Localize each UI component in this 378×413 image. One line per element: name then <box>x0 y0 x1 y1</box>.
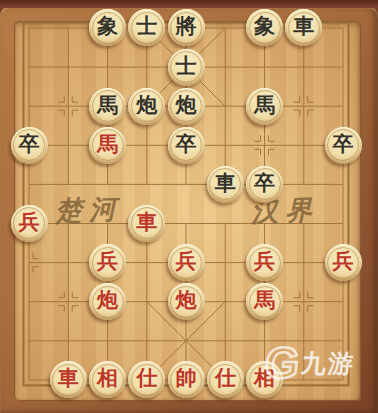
piece-red-general[interactable]: 帥 <box>168 361 205 398</box>
piece-red-soldier[interactable]: 兵 <box>89 244 126 281</box>
piece-glyph: 炮 <box>176 95 197 116</box>
piece-black-advisor[interactable]: 士 <box>128 9 165 46</box>
piece-glyph: 兵 <box>97 251 118 272</box>
piece-black-soldier[interactable]: 卒 <box>325 127 362 164</box>
piece-black-general[interactable]: 將 <box>168 9 205 46</box>
piece-black-soldier[interactable]: 卒 <box>168 127 205 164</box>
pieces-layer: 象士將象車士馬炮炮馬卒馬卒卒車卒兵車兵兵兵兵炮炮馬車相仕帥仕相 <box>9 8 362 399</box>
piece-glyph: 兵 <box>176 251 197 272</box>
piece-red-elephant[interactable]: 相 <box>246 361 283 398</box>
piece-glyph: 馬 <box>97 134 118 155</box>
piece-glyph: 卒 <box>254 173 275 194</box>
piece-red-cannon[interactable]: 炮 <box>168 283 205 320</box>
piece-glyph: 兵 <box>333 251 354 272</box>
piece-red-elephant[interactable]: 相 <box>89 361 126 398</box>
piece-red-soldier[interactable]: 兵 <box>246 244 283 281</box>
piece-black-chariot[interactable]: 車 <box>207 166 244 203</box>
piece-red-advisor[interactable]: 仕 <box>207 361 244 398</box>
piece-red-advisor[interactable]: 仕 <box>128 361 165 398</box>
piece-red-chariot[interactable]: 車 <box>128 205 165 242</box>
piece-glyph: 馬 <box>97 95 118 116</box>
piece-glyph: 仕 <box>136 368 157 389</box>
piece-glyph: 炮 <box>176 290 197 311</box>
piece-red-cannon[interactable]: 炮 <box>89 283 126 320</box>
piece-black-horse[interactable]: 馬 <box>246 88 283 125</box>
piece-glyph: 車 <box>293 16 314 37</box>
piece-glyph: 卒 <box>333 134 354 155</box>
piece-glyph: 車 <box>58 368 79 389</box>
piece-glyph: 卒 <box>19 134 40 155</box>
piece-red-soldier[interactable]: 兵 <box>168 244 205 281</box>
piece-glyph: 馬 <box>254 290 275 311</box>
piece-black-advisor[interactable]: 士 <box>168 49 205 86</box>
piece-red-horse[interactable]: 馬 <box>246 283 283 320</box>
piece-red-soldier[interactable]: 兵 <box>325 244 362 281</box>
piece-glyph: 士 <box>176 56 197 77</box>
piece-black-horse[interactable]: 馬 <box>89 88 126 125</box>
piece-glyph: 炮 <box>136 95 157 116</box>
piece-glyph: 相 <box>254 368 275 389</box>
piece-glyph: 士 <box>136 16 157 37</box>
piece-glyph: 象 <box>254 16 275 37</box>
piece-black-cannon[interactable]: 炮 <box>168 88 205 125</box>
piece-glyph: 馬 <box>254 95 275 116</box>
piece-black-elephant[interactable]: 象 <box>246 9 283 46</box>
piece-glyph: 帥 <box>176 368 197 389</box>
piece-black-soldier[interactable]: 卒 <box>246 166 283 203</box>
piece-black-soldier[interactable]: 卒 <box>11 127 48 164</box>
piece-glyph: 車 <box>215 173 236 194</box>
piece-glyph: 象 <box>97 16 118 37</box>
top-bar <box>0 0 378 8</box>
xiangqi-app-screen: 楚河 汉界 象士將象車士馬炮炮馬卒馬卒卒車卒兵車兵兵兵兵炮炮馬車相仕帥仕相 G … <box>0 0 378 413</box>
piece-glyph: 卒 <box>176 134 197 155</box>
piece-red-chariot[interactable]: 車 <box>50 361 87 398</box>
piece-glyph: 兵 <box>19 212 40 233</box>
piece-glyph: 兵 <box>254 251 275 272</box>
piece-black-chariot[interactable]: 車 <box>285 9 322 46</box>
piece-black-elephant[interactable]: 象 <box>89 9 126 46</box>
piece-black-cannon[interactable]: 炮 <box>128 88 165 125</box>
piece-glyph: 炮 <box>97 290 118 311</box>
piece-glyph: 仕 <box>215 368 236 389</box>
piece-glyph: 車 <box>136 212 157 233</box>
piece-red-horse[interactable]: 馬 <box>89 127 126 164</box>
piece-red-soldier[interactable]: 兵 <box>11 205 48 242</box>
piece-glyph: 相 <box>97 368 118 389</box>
piece-glyph: 將 <box>176 16 197 37</box>
